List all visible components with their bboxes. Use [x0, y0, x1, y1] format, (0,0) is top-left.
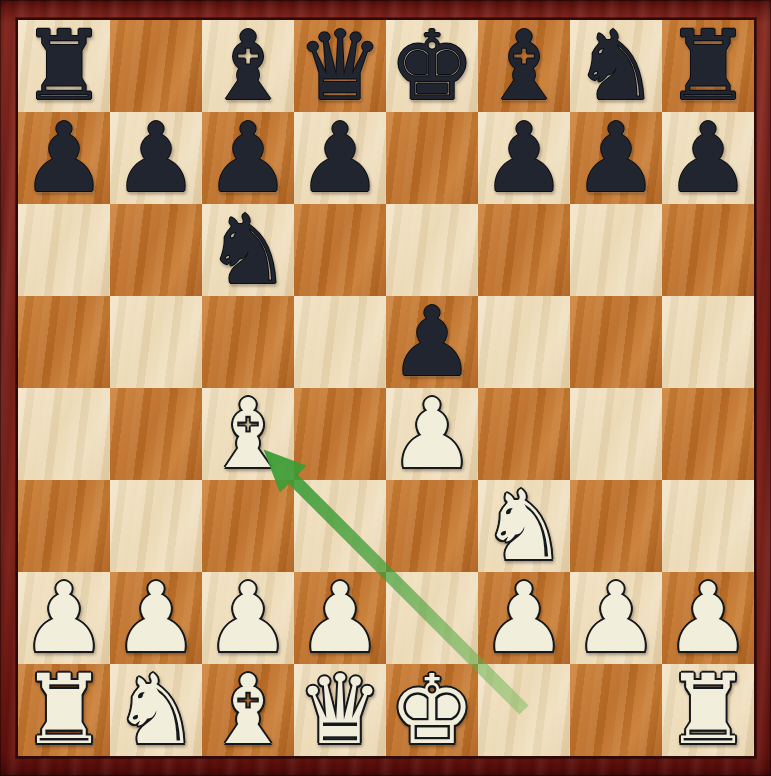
square-g4[interactable] — [570, 388, 662, 480]
square-g2[interactable]: ♟ — [570, 572, 662, 664]
piece-black-pawn[interactable]: ♟ — [297, 110, 383, 206]
piece-black-pawn[interactable]: ♟ — [573, 110, 659, 206]
square-a7[interactable]: ♟ — [18, 112, 110, 204]
piece-white-pawn[interactable]: ♟ — [481, 570, 567, 666]
piece-white-pawn[interactable]: ♟ — [389, 386, 475, 482]
square-c3[interactable] — [202, 480, 294, 572]
square-h1[interactable]: ♜ — [662, 664, 754, 756]
board-wrap: ♜♝♛♚♝♞♜♟♟♟♟♟♟♟♞♟♝♟♞♟♟♟♟♟♟♟♜♞♝♛♚♜ — [18, 20, 754, 756]
square-g8[interactable]: ♞ — [570, 20, 662, 112]
piece-black-knight[interactable]: ♞ — [573, 18, 659, 114]
piece-black-rook[interactable]: ♜ — [21, 18, 107, 114]
square-h4[interactable] — [662, 388, 754, 480]
piece-white-queen[interactable]: ♛ — [297, 662, 383, 758]
piece-white-knight[interactable]: ♞ — [113, 662, 199, 758]
square-d3[interactable] — [294, 480, 386, 572]
piece-black-queen[interactable]: ♛ — [297, 18, 383, 114]
square-b6[interactable] — [110, 204, 202, 296]
piece-white-bishop[interactable]: ♝ — [205, 662, 291, 758]
square-d6[interactable] — [294, 204, 386, 296]
piece-white-bishop[interactable]: ♝ — [205, 386, 291, 482]
square-f7[interactable]: ♟ — [478, 112, 570, 204]
piece-white-rook[interactable]: ♜ — [665, 662, 751, 758]
square-d5[interactable] — [294, 296, 386, 388]
piece-white-king[interactable]: ♚ — [389, 662, 475, 758]
piece-white-pawn[interactable]: ♟ — [21, 570, 107, 666]
square-f4[interactable] — [478, 388, 570, 480]
square-f1[interactable] — [478, 664, 570, 756]
square-b1[interactable]: ♞ — [110, 664, 202, 756]
square-f3[interactable]: ♞ — [478, 480, 570, 572]
square-h6[interactable] — [662, 204, 754, 296]
piece-white-pawn[interactable]: ♟ — [205, 570, 291, 666]
piece-black-king[interactable]: ♚ — [389, 18, 475, 114]
square-e3[interactable] — [386, 480, 478, 572]
piece-black-pawn[interactable]: ♟ — [481, 110, 567, 206]
chess-board-frame: ♜♝♛♚♝♞♜♟♟♟♟♟♟♟♞♟♝♟♞♟♟♟♟♟♟♟♜♞♝♛♚♜ — [0, 0, 771, 776]
piece-white-pawn[interactable]: ♟ — [113, 570, 199, 666]
square-b3[interactable] — [110, 480, 202, 572]
piece-black-bishop[interactable]: ♝ — [481, 18, 567, 114]
square-g3[interactable] — [570, 480, 662, 572]
square-e2[interactable] — [386, 572, 478, 664]
square-g7[interactable]: ♟ — [570, 112, 662, 204]
square-f5[interactable] — [478, 296, 570, 388]
square-d1[interactable]: ♛ — [294, 664, 386, 756]
piece-black-bishop[interactable]: ♝ — [205, 18, 291, 114]
square-h3[interactable] — [662, 480, 754, 572]
piece-white-knight[interactable]: ♞ — [481, 478, 567, 574]
square-e5[interactable]: ♟ — [386, 296, 478, 388]
square-c6[interactable]: ♞ — [202, 204, 294, 296]
square-b5[interactable] — [110, 296, 202, 388]
square-c5[interactable] — [202, 296, 294, 388]
piece-black-rook[interactable]: ♜ — [665, 18, 751, 114]
square-e1[interactable]: ♚ — [386, 664, 478, 756]
square-f6[interactable] — [478, 204, 570, 296]
piece-white-rook[interactable]: ♜ — [21, 662, 107, 758]
square-e6[interactable] — [386, 204, 478, 296]
square-d7[interactable]: ♟ — [294, 112, 386, 204]
piece-black-knight[interactable]: ♞ — [205, 202, 291, 298]
square-a3[interactable] — [18, 480, 110, 572]
square-c2[interactable]: ♟ — [202, 572, 294, 664]
square-f8[interactable]: ♝ — [478, 20, 570, 112]
square-h8[interactable]: ♜ — [662, 20, 754, 112]
square-g1[interactable] — [570, 664, 662, 756]
square-d4[interactable] — [294, 388, 386, 480]
square-a4[interactable] — [18, 388, 110, 480]
square-c1[interactable]: ♝ — [202, 664, 294, 756]
piece-black-pawn[interactable]: ♟ — [205, 110, 291, 206]
square-a2[interactable]: ♟ — [18, 572, 110, 664]
square-h7[interactable]: ♟ — [662, 112, 754, 204]
square-e8[interactable]: ♚ — [386, 20, 478, 112]
piece-white-pawn[interactable]: ♟ — [665, 570, 751, 666]
piece-black-pawn[interactable]: ♟ — [21, 110, 107, 206]
square-a5[interactable] — [18, 296, 110, 388]
chess-board: ♜♝♛♚♝♞♜♟♟♟♟♟♟♟♞♟♝♟♞♟♟♟♟♟♟♟♜♞♝♛♚♜ — [18, 20, 754, 756]
square-a1[interactable]: ♜ — [18, 664, 110, 756]
piece-white-pawn[interactable]: ♟ — [573, 570, 659, 666]
piece-black-pawn[interactable]: ♟ — [665, 110, 751, 206]
square-g5[interactable] — [570, 296, 662, 388]
square-d2[interactable]: ♟ — [294, 572, 386, 664]
square-b7[interactable]: ♟ — [110, 112, 202, 204]
square-a8[interactable]: ♜ — [18, 20, 110, 112]
piece-black-pawn[interactable]: ♟ — [113, 110, 199, 206]
square-d8[interactable]: ♛ — [294, 20, 386, 112]
square-e7[interactable] — [386, 112, 478, 204]
square-a6[interactable] — [18, 204, 110, 296]
square-b8[interactable] — [110, 20, 202, 112]
square-e4[interactable]: ♟ — [386, 388, 478, 480]
piece-white-pawn[interactable]: ♟ — [297, 570, 383, 666]
square-b2[interactable]: ♟ — [110, 572, 202, 664]
square-c4[interactable]: ♝ — [202, 388, 294, 480]
square-h2[interactable]: ♟ — [662, 572, 754, 664]
square-f2[interactable]: ♟ — [478, 572, 570, 664]
piece-black-pawn[interactable]: ♟ — [389, 294, 475, 390]
square-b4[interactable] — [110, 388, 202, 480]
square-c7[interactable]: ♟ — [202, 112, 294, 204]
square-g6[interactable] — [570, 204, 662, 296]
square-c8[interactable]: ♝ — [202, 20, 294, 112]
square-h5[interactable] — [662, 296, 754, 388]
